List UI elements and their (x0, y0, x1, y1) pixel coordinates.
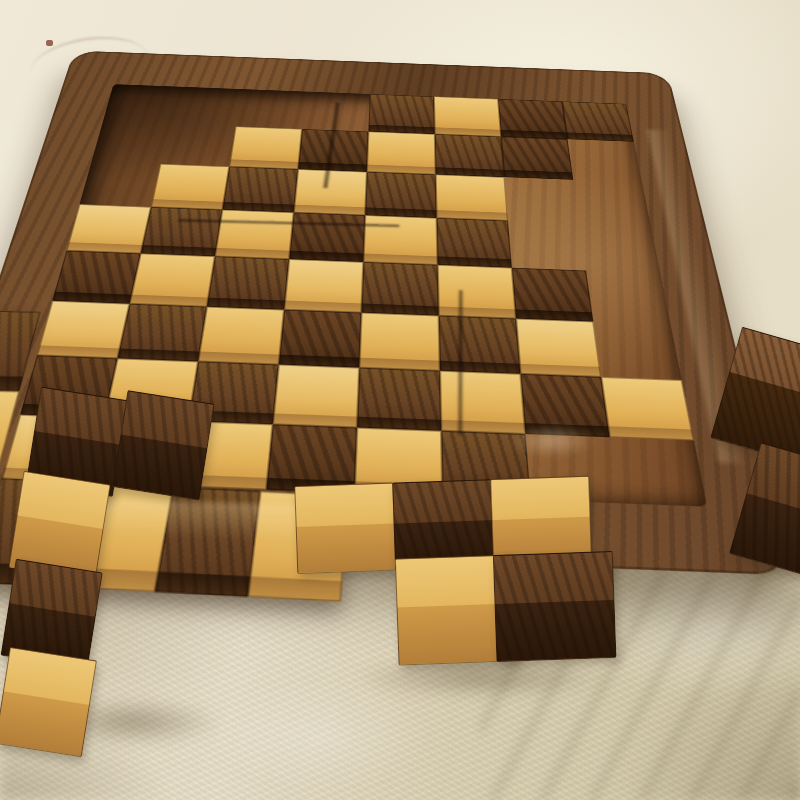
board-cell (273, 365, 360, 428)
board-cell (439, 316, 521, 374)
board-cell (294, 169, 367, 215)
board-cell (141, 207, 223, 256)
board-cell (151, 164, 229, 210)
wood-cube-dark (729, 442, 800, 579)
board-cell (586, 271, 671, 325)
board-cell (222, 167, 298, 213)
board-cell (498, 99, 567, 139)
board-cell (160, 124, 235, 167)
wood-cube-light (0, 647, 97, 758)
board-cell (365, 172, 436, 218)
board-cell (103, 84, 178, 124)
board-cell (562, 101, 634, 141)
board-cell (215, 210, 294, 259)
board-cell (359, 313, 440, 371)
photo-canvas: { "game": "Checkerboard wooden block puz… (0, 0, 800, 800)
board-cell (279, 310, 362, 368)
board-cell (357, 368, 441, 431)
board-cell (368, 94, 434, 134)
board-cell (92, 121, 170, 164)
loose-piece-p-block (294, 474, 641, 706)
board-cell (80, 161, 161, 207)
floor-gloss-highlight (489, 417, 615, 465)
wood-cube-dark (112, 390, 214, 501)
board-cell (516, 319, 601, 377)
board-cell (169, 87, 241, 127)
board-cell (52, 251, 140, 304)
board-cell (437, 218, 512, 268)
board-cell (601, 377, 694, 441)
board-cell (207, 256, 289, 309)
board-cell (504, 177, 579, 223)
board-cell (66, 204, 150, 253)
board-cell (567, 139, 642, 182)
board-cell (363, 215, 437, 265)
board-cell (593, 322, 681, 380)
board-cell (118, 304, 207, 362)
board-cell (501, 137, 573, 180)
wood-cube-dark (493, 551, 617, 662)
board-cell (434, 96, 501, 136)
board-cell (236, 89, 306, 129)
board-cell (130, 253, 215, 306)
board-cell (266, 424, 357, 493)
board-cell (435, 134, 505, 177)
board-cell (573, 180, 651, 226)
board-cell (508, 221, 586, 271)
board-cell (198, 307, 284, 365)
board-cell (512, 268, 593, 322)
piece-gap-shadow (458, 290, 462, 434)
board-cell (579, 223, 660, 273)
board-cell (289, 212, 365, 262)
board-cell (284, 259, 363, 312)
board-cell (37, 301, 130, 359)
board-cell (438, 265, 516, 319)
wood-cube-light (294, 483, 396, 574)
board-cell (436, 174, 508, 220)
board-cell (367, 132, 436, 175)
board-cell (229, 126, 302, 169)
board-cell (361, 262, 438, 316)
